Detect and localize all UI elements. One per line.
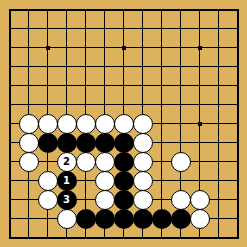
stone-black[interactable] (38, 133, 58, 153)
board-grid-line-vertical (161, 9, 162, 239)
stone-white[interactable] (133, 114, 153, 134)
stone-black[interactable] (152, 209, 172, 229)
stone-black[interactable] (114, 133, 134, 153)
go-board[interactable]: 213 (0, 0, 247, 247)
star-point (198, 46, 202, 50)
stone-black[interactable] (95, 209, 115, 229)
board-grid-line-horizontal (9, 237, 239, 239)
stone-black[interactable] (133, 209, 153, 229)
stone-black[interactable] (76, 209, 96, 229)
stone-white[interactable] (76, 152, 96, 172)
stone-black[interactable]: 3 (57, 190, 77, 210)
move-number-label: 3 (63, 195, 70, 205)
stone-white[interactable] (38, 190, 58, 210)
stone-white[interactable] (171, 152, 191, 172)
stone-white[interactable] (19, 133, 39, 153)
stone-white[interactable] (19, 114, 39, 134)
stone-white[interactable] (133, 152, 153, 172)
stone-white[interactable] (95, 152, 115, 172)
stone-black[interactable] (114, 171, 134, 191)
stone-white[interactable] (95, 171, 115, 191)
stone-white[interactable] (38, 171, 58, 191)
stone-black[interactable]: 1 (57, 171, 77, 191)
stone-white[interactable] (57, 209, 77, 229)
stone-black[interactable] (95, 133, 115, 153)
stone-white[interactable] (133, 190, 153, 210)
star-point (46, 46, 50, 50)
stone-black[interactable] (114, 209, 134, 229)
move-number-label: 2 (63, 157, 70, 167)
stone-white[interactable] (19, 152, 39, 172)
stone-white[interactable] (190, 190, 210, 210)
stone-white[interactable] (95, 190, 115, 210)
stone-black[interactable] (114, 152, 134, 172)
stone-white[interactable] (114, 114, 134, 134)
star-point (122, 46, 126, 50)
stone-white[interactable] (133, 133, 153, 153)
stone-white[interactable] (190, 209, 210, 229)
move-number-label: 1 (63, 176, 70, 186)
stone-white[interactable] (95, 114, 115, 134)
stone-black[interactable] (114, 190, 134, 210)
stone-white[interactable] (171, 190, 191, 210)
stone-white[interactable] (76, 114, 96, 134)
stone-white[interactable] (38, 114, 58, 134)
stone-white[interactable]: 2 (57, 152, 77, 172)
stone-black[interactable] (171, 209, 191, 229)
stone-white[interactable] (57, 114, 77, 134)
board-grid-line-vertical (237, 9, 239, 239)
stone-black[interactable] (76, 133, 96, 153)
stone-white[interactable] (133, 171, 153, 191)
board-grid-line-vertical (218, 9, 219, 239)
stone-black[interactable] (57, 133, 77, 153)
star-point (198, 122, 202, 126)
